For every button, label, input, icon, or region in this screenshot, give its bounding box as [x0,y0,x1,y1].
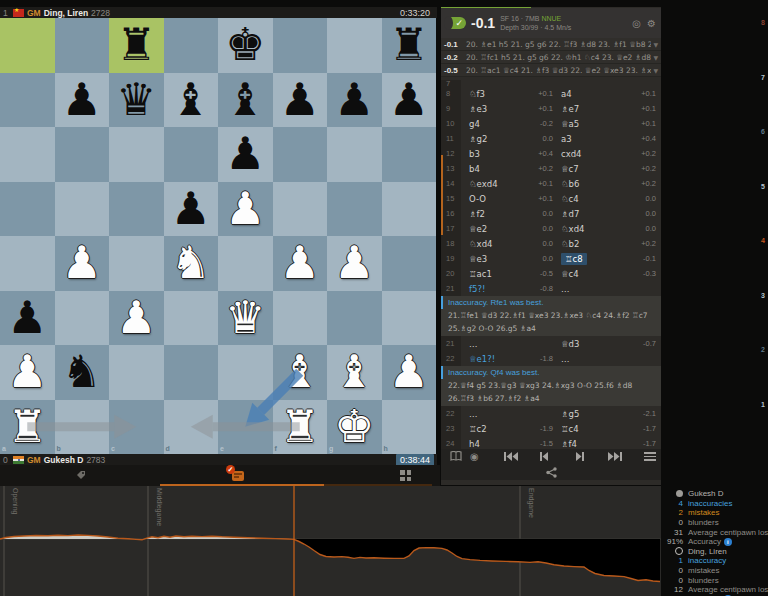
china-flag-icon [13,9,24,17]
square-h4[interactable] [382,236,437,291]
square-g3[interactable] [327,291,382,346]
black-eval: 0.0 [619,209,661,218]
black-move[interactable]: … [553,354,619,364]
analysis-panel: ✓ -0.1 SF 16 · 7MB NNUE Depth 30/99 · 4.… [441,7,661,485]
square-c3[interactable]: ♟ [109,291,164,346]
variation-line[interactable]: 22.♕f4 g5 23.♕g3 ♕xg3 24.♗xg3 O-O 25.f6 … [441,379,661,406]
piece-white-king[interactable]: ♚ [327,400,382,455]
square-e6[interactable]: ♟ [218,127,273,182]
share-icon[interactable] [546,467,557,478]
piece-black-pawn[interactable]: ♟ [55,73,110,128]
menu-icon[interactable] [644,452,656,461]
engine-header: ✓ -0.1 SF 16 · 7MB NNUE Depth 30/99 · 4.… [441,8,661,38]
move-number: 17 [441,221,461,236]
black-move[interactable]: ♖c8 [553,254,619,264]
line-moves: 20. ♖ac1 ♕c4 21. ♗f3 ♕d3 22. ♕e2 ♕xe3 23… [466,66,651,75]
square-d5[interactable]: ♟ [164,182,219,237]
white-move[interactable]: ♗e3 [461,104,527,114]
move-number: 10 [441,116,461,131]
square-h1[interactable] [382,400,437,455]
piece-white-rook[interactable]: ♜ [0,400,55,455]
piece-white-pawn[interactable]: ♟ [218,182,273,237]
move-row: 23 ♖c2 -1.9 ♖c4 -1.7 [441,421,661,436]
move-row: 20 ♖ac1 -0.5 ♕c4 -0.3 [441,266,661,281]
piece-black-rook[interactable]: ♜ [109,18,164,73]
variation-line[interactable]: 21.♖fe1 ♕d3 22.♗f1 ♕xe3 23.♗xe3 ♘c4 24.♗… [441,309,661,336]
black-move[interactable]: ♕c4 [553,269,619,279]
game-stats-panel: Gukesh D4inaccuracies2mistakes0blunders3… [661,486,768,596]
move-number: 9 [441,101,461,116]
piece-white-pawn[interactable]: ♟ [0,345,55,400]
white-eval: -0.2 [527,119,553,128]
move-number: 21 [441,281,461,296]
square-b2[interactable]: ♞ [55,345,110,400]
black-move[interactable]: ♘xd4 [553,224,619,234]
rank-label-2: 2 [761,346,765,353]
square-d8[interactable] [164,18,219,73]
move-row: 13 b4 +0.2 ♕c7 +0.2 [441,161,661,176]
move-number: 16 [441,206,461,221]
square-c6[interactable] [109,127,164,182]
black-move[interactable]: ♘b6 [553,179,619,189]
white-move[interactable]: ♕e3 [461,254,527,264]
black-move[interactable]: ♗g5 [553,409,619,419]
square-a2[interactable]: ♟ [0,345,55,400]
square-d7[interactable]: ♝ [164,73,219,128]
square-g6[interactable] [327,127,382,182]
move-row: 17 ♕e2 0.0 ♘xd4 0.0 [441,221,661,236]
square-b6[interactable] [55,127,110,182]
white-eval: +0.4 [527,149,553,158]
square-b1[interactable] [55,400,110,455]
white-move[interactable]: ♘xd4 [461,239,527,249]
annotation-comment: Inaccuracy. Qf4 was best. [441,366,661,379]
move-number: 8 [441,86,461,101]
black-move[interactable]: ♕a5 [553,119,619,129]
piece-white-pawn[interactable]: ♟ [55,236,110,291]
expand-line-icon[interactable]: ▼ [651,67,658,74]
black-eval: -0.1 [619,254,661,263]
info-icon[interactable]: i [724,538,732,546]
square-h7[interactable]: ♟ [382,73,437,128]
square-g5[interactable] [327,182,382,237]
bottom-player-name[interactable]: Gukesh D [44,455,84,465]
piece-black-pawn[interactable]: ♟ [382,73,437,128]
phase-label: Middlegame [155,488,163,526]
piece-black-rook[interactable]: ♜ [382,18,437,73]
piece-black-pawn[interactable]: ♟ [273,73,328,128]
top-player-clock: 0:33:20 [396,7,434,19]
database-icon[interactable]: ◉ [470,450,479,464]
black-eval: +0.2 [619,239,661,248]
black-eval: +0.2 [619,149,661,158]
white-eval: -1.5 [527,439,553,448]
move-row: 15 O-O +0.1 ♘c4 0.0 [441,191,661,206]
white-eval: 0.0 [527,209,553,218]
first-move-icon[interactable] [504,452,518,461]
move-row: 21 … ♕d3 -0.7 [441,336,661,351]
move-number: 11 [441,131,461,146]
move-number: 19 [441,251,461,266]
move-number: 12 [441,146,461,161]
white-eval: -1.9 [527,424,553,433]
piece-white-pawn[interactable]: ♟ [273,236,328,291]
white-eval: +0.1 [527,179,553,188]
move-number: 13 [441,161,461,176]
piece-black-queen[interactable]: ♛ [109,73,164,128]
square-h5[interactable] [382,182,437,237]
white-move[interactable]: ♕e1?! [461,354,527,364]
white-move[interactable]: h4 [461,439,527,449]
rank-label-3: 3 [761,292,765,299]
square-f4[interactable]: ♟ [273,236,328,291]
black-move[interactable]: a4 [553,89,619,99]
square-a8[interactable] [0,18,55,73]
move-row: 11 ♗g2 0.0 a3 +0.4 [441,131,661,146]
piece-white-pawn[interactable]: ♟ [109,291,164,346]
white-eval: +0.1 [527,194,553,203]
move-list-scrollbar[interactable] [441,155,443,235]
piece-white-rook[interactable]: ♜ [273,400,328,455]
expand-line-icon[interactable]: ▼ [651,54,658,61]
square-a7[interactable] [0,73,55,128]
rank-label-8: 8 [761,19,765,26]
stat-row: 0mistakes [661,566,768,576]
white-eval: -0.5 [527,269,553,278]
move-number: 22 [441,351,461,366]
move-nav-toolbar: ◉ [441,449,661,464]
black-eval: -1.7 [619,424,661,433]
bottom-player-index: 0 [3,455,10,465]
piece-black-pawn[interactable]: ♟ [0,291,55,346]
square-d4[interactable]: ♞ [164,236,219,291]
white-eval: 0.0 [527,134,553,143]
square-c8[interactable]: ♜ [109,18,164,73]
square-f2[interactable]: ♝ [273,345,328,400]
analysis-tab[interactable]: ✓ [228,468,244,481]
square-f6[interactable] [273,127,328,182]
outline-circle-icon [675,547,683,555]
black-eval: +0.2 [619,164,661,173]
move-row: 10 g4 -0.2 ♕a5 +0.1 [441,116,661,131]
square-f7[interactable]: ♟ [273,73,328,128]
top-player-title: GM [27,8,41,18]
stat-row: 91%Accuracy i [661,537,768,547]
square-b4[interactable]: ♟ [55,236,110,291]
square-g2[interactable]: ♝ [327,345,382,400]
black-eval: +0.1 [619,119,661,128]
engine-line[interactable]: -0.2 20. ♖fc1 h5 21. g5 g6 22. ♔h1 ♘c4 2… [441,51,661,64]
black-eval: -0.3 [619,269,661,278]
square-d2[interactable] [164,345,219,400]
square-g1[interactable]: ♚ [327,400,382,455]
black-eval: -1.7 [619,439,661,448]
piece-black-pawn[interactable]: ♟ [164,182,219,237]
stats-player-header: Gukesh D [661,489,768,499]
square-e3[interactable]: ♛ [218,291,273,346]
white-eval: +0.2 [527,164,553,173]
black-move[interactable]: cxd4 [553,149,619,159]
move-row: 14 ♘exd4 +0.1 ♘b6 +0.2 [441,176,661,191]
square-e5[interactable]: ♟ [218,182,273,237]
piece-white-bishop[interactable]: ♝ [327,345,382,400]
bottom-player-rating: 2783 [86,455,105,465]
phase-label: Endgame [527,488,535,518]
white-eval: -1.8 [527,354,553,363]
line-moves: 20. ♖fc1 h5 21. g5 g6 22. ♔h1 ♘c4 23. ♕e… [466,53,651,62]
piece-black-bishop[interactable]: ♝ [164,73,219,128]
piece-white-bishop[interactable]: ♝ [273,345,328,400]
stat-row: 31Average centipawn loss [661,527,768,537]
square-g7[interactable]: ♟ [327,73,382,128]
move-number: 18 [441,236,461,251]
stat-row: 0blunders [661,575,768,585]
stat-row: 0blunders [661,518,768,528]
square-c2[interactable] [109,345,164,400]
bottom-player-title: GM [27,455,41,465]
square-c7[interactable]: ♛ [109,73,164,128]
move-number: 15 [441,191,461,206]
white-move[interactable]: … [461,339,527,349]
piece-black-king[interactable]: ♚ [218,18,273,73]
rank-label-4: 4 [761,237,765,244]
white-move[interactable]: b3 [461,149,527,159]
piece-white-knight[interactable]: ♞ [164,236,219,291]
black-eval: 0.0 [619,224,661,233]
square-c5[interactable] [109,182,164,237]
black-move[interactable]: a3 [553,134,619,144]
line-eval: -0.1 [444,40,466,49]
evaluation-graph[interactable]: OpeningMiddlegameEndgame [0,486,661,596]
black-eval: +0.1 [619,89,661,98]
previous-move-icon[interactable] [540,452,548,461]
stat-row: 12Average centipawn loss [661,585,768,595]
india-flag-icon [13,456,24,464]
expand-line-icon[interactable]: ▼ [651,41,658,48]
square-h8[interactable]: ♜ [382,18,437,73]
engine-toggle[interactable]: ✓ [446,17,466,29]
engine-line[interactable]: -0.5 20. ♖ac1 ♕c4 21. ♗f3 ♕d3 22. ♕e2 ♕x… [441,64,661,77]
white-move[interactable]: g4 [461,119,527,129]
top-player-name[interactable]: Ding, Liren [44,8,88,18]
black-eval: +0.1 [619,104,661,113]
filled-circle-icon [676,490,683,497]
move-number: 23 [441,421,461,436]
engine-info: SF 16 · 7MB NNUE Depth 30/99 · 4.5 Mn/s [500,14,571,32]
annotation-comment: Inaccuracy. Rfe1 was best. [441,296,661,309]
phase-label: Opening [11,488,19,515]
top-player-rating: 2728 [91,8,110,18]
engine-line[interactable]: -0.1 20. ♗e1 h5 21. g5 g6 22. ♖f3 ♗d8 23… [441,38,661,51]
white-eval: +0.1 [527,89,553,98]
black-move[interactable]: … [553,284,619,294]
square-h2[interactable]: ♟ [382,345,437,400]
line-moves: 20. ♗e1 h5 21. g5 g6 22. ♖f3 ♗d8 23. ♗f1… [466,40,651,49]
piece-white-queen[interactable]: ♛ [218,291,273,346]
book-icon[interactable] [450,451,462,462]
black-move[interactable]: ♕d3 [553,339,619,349]
move-row: 21 f5?! -0.8 … [441,281,661,296]
square-a3[interactable]: ♟ [0,291,55,346]
bottom-player-bar: 0 GM Gukesh D 2783 0:38:44 [0,454,437,465]
square-a1[interactable]: ♜ [0,400,55,455]
black-eval: +0.2 [619,179,661,188]
square-b8[interactable] [55,18,110,73]
white-eval: 0.0 [527,224,553,233]
move-row: 9 ♗e3 +0.1 ♗e7 +0.1 [441,101,661,116]
chess-analysis-app: 1 GM Ding, Liren 2728 0:33:20 ♜♚♜♟♛♝♝♟♟♟… [0,0,768,596]
piece-black-pawn[interactable]: ♟ [327,73,382,128]
line-eval: -0.5 [444,66,466,75]
square-e8[interactable]: ♚ [218,18,273,73]
square-a6[interactable] [0,127,55,182]
black-move[interactable]: ♕c7 [553,164,619,174]
white-move[interactable]: … [461,409,527,419]
white-move[interactable]: f5?! [461,284,527,294]
stats-player-header: Ding, Liren [661,547,768,557]
square-e2[interactable] [218,345,273,400]
analysis-done-badge: ✓ [226,465,235,474]
stat-row: 1inaccuracy [661,556,768,566]
square-a4[interactable] [0,236,55,291]
tag-icon[interactable] [76,470,86,480]
grid-icon[interactable] [400,470,411,481]
engine-lines: -0.1 20. ♗e1 h5 21. g5 g6 22. ♖f3 ♗d8 23… [441,38,661,77]
stat-row: 4inaccuracies [661,499,768,509]
top-player-index: 1 [3,8,10,18]
square-c1[interactable] [109,400,164,455]
black-move[interactable]: ♘b2 [553,239,619,249]
move-number: 22 [441,406,461,421]
square-d1[interactable] [164,400,219,455]
move-row: 18 ♘xd4 0.0 ♘b2 +0.2 [441,236,661,251]
piece-white-pawn[interactable]: ♟ [382,345,437,400]
chess-board[interactable]: ♜♚♜♟♛♝♝♟♟♟♟♟♟♟♞♟♟♟♟♛♟♞♝♝♟♜♜♚ [0,18,436,454]
square-e4[interactable] [218,236,273,291]
bottom-player-clock: 0:38:44 [396,454,434,466]
next-move-icon[interactable] [576,452,584,461]
piece-black-pawn[interactable]: ♟ [218,127,273,182]
move-row: 16 ♗f2 0.0 ♗d7 0.0 [441,206,661,221]
piece-white-pawn[interactable]: ♟ [327,236,382,291]
black-move[interactable]: ♗e7 [553,104,619,114]
black-move[interactable]: ♖c4 [553,424,619,434]
square-c4[interactable] [109,236,164,291]
square-e7[interactable]: ♝ [218,73,273,128]
square-g4[interactable]: ♟ [327,236,382,291]
square-a5[interactable] [0,182,55,237]
white-eval: -0.8 [527,284,553,293]
black-eval: 0.0 [619,194,661,203]
white-move[interactable]: ♘exd4 [461,179,527,189]
top-player-bar: 1 GM Ding, Liren 2728 0:33:20 [0,7,437,18]
move-row: 12 b3 +0.4 cxd4 +0.2 [441,146,661,161]
move-row: 22 … ♗g5 -2.1 [441,406,661,421]
white-move[interactable]: ♕e2 [461,224,527,234]
share-row [441,464,661,480]
square-b3[interactable] [55,291,110,346]
white-move[interactable]: ♗f2 [461,209,527,219]
square-e1[interactable] [218,400,273,455]
black-eval: +0.4 [619,134,661,143]
black-move[interactable]: ♗d7 [553,209,619,219]
stat-row: 2mistakes [661,508,768,518]
piece-black-knight[interactable]: ♞ [55,345,110,400]
white-eval: 0.0 [527,239,553,248]
square-h6[interactable] [382,127,437,182]
white-eval: 0.0 [527,254,553,263]
white-move[interactable]: ♗g2 [461,134,527,144]
gear-icon[interactable]: ⚙ [647,18,656,29]
move-number: 14 [441,176,461,191]
black-move[interactable]: ♘c4 [553,194,619,204]
white-move[interactable]: ♖ac1 [461,269,527,279]
square-b5[interactable] [55,182,110,237]
square-f8[interactable] [273,18,328,73]
piece-black-bishop[interactable]: ♝ [218,73,273,128]
square-f5[interactable] [273,182,328,237]
board-toolbar: ✓ [0,465,440,486]
black-eval: -2.1 [619,409,661,418]
rank-label-7: 7 [761,74,765,81]
move-list: 7 8 ♘f3 +0.1 a4 +0.1 9 ♗e3 +0.1 ♗e7 +0.1… [441,80,661,451]
move-row: 22 ♕e1?! -1.8 … [441,351,661,366]
rank-label-5: 5 [761,183,765,190]
square-g8[interactable] [327,18,382,73]
square-b7[interactable]: ♟ [55,73,110,128]
white-move[interactable]: ♘f3 [461,89,527,99]
square-f3[interactable] [273,291,328,346]
black-eval: -0.7 [619,339,661,348]
move-row: 19 ♕e3 0.0 ♖c8 -0.1 [441,251,661,266]
line-eval: -0.2 [444,53,466,62]
white-eval: +0.1 [527,104,553,113]
white-move[interactable]: ♖c2 [461,424,527,434]
move-number: 21 [441,336,461,351]
last-move-icon[interactable] [608,452,622,461]
move-number: 20 [441,266,461,281]
target-icon[interactable]: ◎ [632,18,641,29]
square-f1[interactable]: ♜ [273,400,328,455]
white-move[interactable]: b4 [461,164,527,174]
engine-eval: -0.1 [471,15,495,31]
black-move[interactable]: ♗f4 [553,439,619,449]
rank-label-6: 6 [761,128,765,135]
rank-label-1: 1 [761,401,765,408]
square-d3[interactable] [164,291,219,346]
white-move[interactable]: O-O [461,194,527,204]
square-h3[interactable] [382,291,437,346]
move-row: 8 ♘f3 +0.1 a4 +0.1 [441,86,661,101]
square-d6[interactable] [164,127,219,182]
